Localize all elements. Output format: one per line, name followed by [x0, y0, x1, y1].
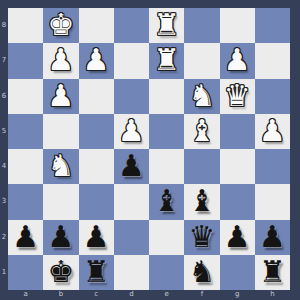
file-label-c: c [79, 291, 114, 298]
black-pawn-g2[interactable]: ♟ [224, 219, 251, 254]
square-g5[interactable] [220, 114, 255, 149]
square-g8[interactable] [220, 8, 255, 43]
black-pawn-d4[interactable]: ♟ [118, 148, 145, 183]
black-king-b1[interactable]: ♚ [47, 254, 74, 289]
square-h7[interactable] [255, 43, 290, 78]
rank-label-2: 2 [0, 234, 8, 241]
square-b7[interactable]: ♟ [43, 43, 78, 78]
square-b2[interactable]: ♟ [43, 220, 78, 255]
square-d4[interactable]: ♟ [114, 149, 149, 184]
square-e6[interactable] [149, 79, 184, 114]
square-e4[interactable] [149, 149, 184, 184]
square-g4[interactable] [220, 149, 255, 184]
square-e2[interactable] [149, 220, 184, 255]
square-h5[interactable]: ♟ [255, 114, 290, 149]
square-f6[interactable]: ♞ [184, 79, 219, 114]
square-h3[interactable] [255, 184, 290, 219]
rank-label-8: 8 [0, 22, 8, 29]
square-c8[interactable] [79, 8, 114, 43]
file-label-f: f [184, 291, 219, 298]
square-a4[interactable] [8, 149, 43, 184]
white-king-b8[interactable]: ♚ [47, 7, 74, 42]
square-b6[interactable]: ♟ [43, 79, 78, 114]
rank-label-3: 3 [0, 198, 8, 205]
white-knight-f6[interactable]: ♞ [188, 78, 215, 113]
square-d5[interactable]: ♟ [114, 114, 149, 149]
white-queen-g6[interactable]: ♛ [224, 78, 251, 113]
square-f1[interactable]: ♞ [184, 255, 219, 290]
square-c7[interactable]: ♟ [79, 43, 114, 78]
square-f2[interactable]: ♛ [184, 220, 219, 255]
square-a7[interactable] [8, 43, 43, 78]
square-b3[interactable] [43, 184, 78, 219]
square-g1[interactable] [220, 255, 255, 290]
white-pawn-c7[interactable]: ♟ [83, 42, 110, 77]
square-e3[interactable]: ♝ [149, 184, 184, 219]
square-g2[interactable]: ♟ [220, 220, 255, 255]
square-c2[interactable]: ♟ [79, 220, 114, 255]
square-e1[interactable] [149, 255, 184, 290]
rank-label-7: 7 [0, 57, 8, 64]
square-a2[interactable]: ♟ [8, 220, 43, 255]
file-label-a: a [8, 291, 43, 298]
square-b5[interactable] [43, 114, 78, 149]
white-knight-b4[interactable]: ♞ [47, 148, 74, 183]
square-f3[interactable]: ♝ [184, 184, 219, 219]
square-h2[interactable]: ♟ [255, 220, 290, 255]
file-label-h: h [255, 291, 290, 298]
square-d7[interactable] [114, 43, 149, 78]
square-h8[interactable] [255, 8, 290, 43]
square-d3[interactable] [114, 184, 149, 219]
square-a8[interactable] [8, 8, 43, 43]
square-a5[interactable] [8, 114, 43, 149]
square-d2[interactable] [114, 220, 149, 255]
square-e5[interactable] [149, 114, 184, 149]
square-a1[interactable] [8, 255, 43, 290]
black-pawn-c2[interactable]: ♟ [83, 219, 110, 254]
black-knight-f1[interactable]: ♞ [188, 254, 215, 289]
white-pawn-h5[interactable]: ♟ [259, 113, 286, 148]
white-pawn-b7[interactable]: ♟ [47, 42, 74, 77]
square-a3[interactable] [8, 184, 43, 219]
square-b1[interactable]: ♚ [43, 255, 78, 290]
square-h1[interactable]: ♜ [255, 255, 290, 290]
white-rook-e8[interactable]: ♜ [153, 7, 180, 42]
square-a6[interactable] [8, 79, 43, 114]
rank-label-5: 5 [0, 128, 8, 135]
square-d8[interactable] [114, 8, 149, 43]
white-pawn-b6[interactable]: ♟ [47, 78, 74, 113]
black-rook-c1[interactable]: ♜ [83, 254, 110, 289]
square-f5[interactable]: ♝ [184, 114, 219, 149]
black-bishop-f3[interactable]: ♝ [188, 183, 215, 218]
square-c3[interactable] [79, 184, 114, 219]
square-c1[interactable]: ♜ [79, 255, 114, 290]
white-pawn-d5[interactable]: ♟ [118, 113, 145, 148]
file-label-d: d [114, 291, 149, 298]
square-b8[interactable]: ♚ [43, 8, 78, 43]
white-bishop-f5[interactable]: ♝ [188, 113, 215, 148]
rank-label-6: 6 [0, 93, 8, 100]
square-f4[interactable] [184, 149, 219, 184]
square-h4[interactable] [255, 149, 290, 184]
square-b4[interactable]: ♞ [43, 149, 78, 184]
square-g7[interactable]: ♟ [220, 43, 255, 78]
black-pawn-a2[interactable]: ♟ [12, 219, 39, 254]
file-label-g: g [220, 291, 255, 298]
file-label-e: e [149, 291, 184, 298]
square-h6[interactable] [255, 79, 290, 114]
black-rook-h1[interactable]: ♜ [259, 254, 286, 289]
square-c4[interactable] [79, 149, 114, 184]
white-rook-e7[interactable]: ♜ [153, 42, 180, 77]
square-e8[interactable]: ♜ [149, 8, 184, 43]
square-d1[interactable] [114, 255, 149, 290]
rank-label-1: 1 [0, 269, 8, 276]
square-c6[interactable] [79, 79, 114, 114]
black-bishop-e3[interactable]: ♝ [153, 183, 180, 218]
black-pawn-h2[interactable]: ♟ [259, 219, 286, 254]
chess-board[interactable]: ♚♜♟♟♜♟♟♞♛♟♝♟♞♟♝♝♟♟♟♛♟♟♚♜♞♜ [8, 8, 290, 290]
file-label-b: b [43, 291, 78, 298]
square-f7[interactable] [184, 43, 219, 78]
black-queen-f2[interactable]: ♛ [188, 219, 215, 254]
square-g3[interactable] [220, 184, 255, 219]
square-d6[interactable] [114, 79, 149, 114]
rank-label-4: 4 [0, 163, 8, 170]
square-e7[interactable]: ♜ [149, 43, 184, 78]
square-g6[interactable]: ♛ [220, 79, 255, 114]
chess-diagram-frame: ♚♜♟♟♜♟♟♞♛♟♝♟♞♟♝♝♟♟♟♛♟♟♚♜♞♜ 87654321abcde… [0, 0, 300, 300]
square-f8[interactable] [184, 8, 219, 43]
square-c5[interactable] [79, 114, 114, 149]
black-pawn-b2[interactable]: ♟ [47, 219, 74, 254]
white-pawn-g7[interactable]: ♟ [224, 42, 251, 77]
